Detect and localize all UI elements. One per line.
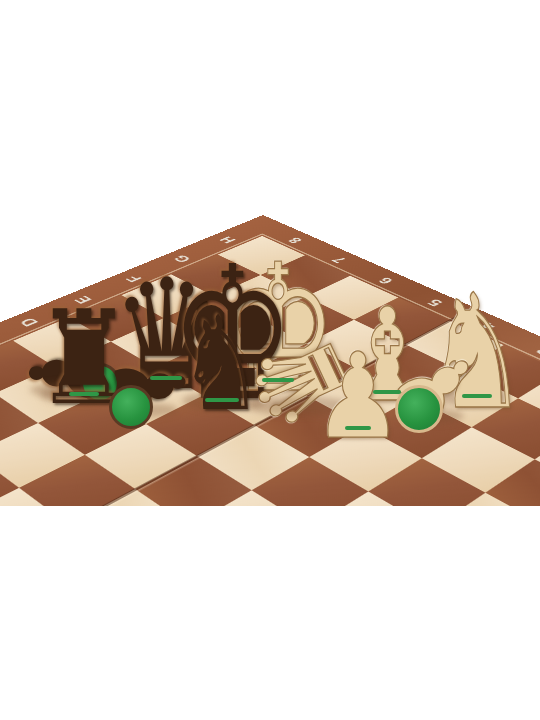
felt-base-disc <box>395 385 443 433</box>
base-felt-edge <box>69 392 99 396</box>
base-felt-edge <box>150 376 182 380</box>
base-felt-edge <box>205 398 239 402</box>
base-felt-edge <box>262 378 294 382</box>
base-felt-edge <box>462 394 492 398</box>
piece-shadow <box>248 396 352 416</box>
base-felt-edge <box>345 426 371 430</box>
photo-bottom-crop <box>0 506 540 720</box>
felt-base-disc <box>109 385 153 429</box>
product-photo-scene: 88HH77GG66FF55EE44DD33CC22BB11AA ♟♛♚♚♛♝♟… <box>0 0 540 720</box>
piece-shadow <box>234 373 306 391</box>
base-felt-edge <box>373 390 401 394</box>
